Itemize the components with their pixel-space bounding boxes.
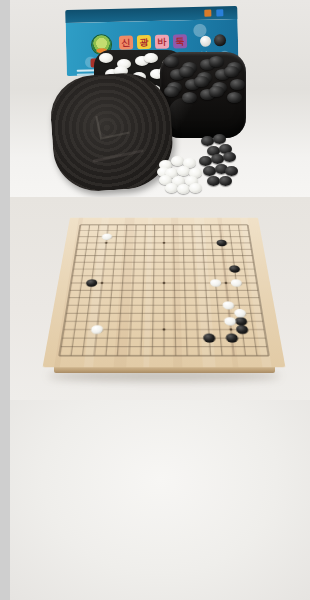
title-tile-4: 둑 xyxy=(173,34,187,48)
white-stone xyxy=(189,183,202,193)
title-tile-2: 광 xyxy=(137,35,151,49)
white-stone xyxy=(177,184,190,194)
box-logo-square-blue xyxy=(216,9,223,16)
white-stone xyxy=(171,156,184,166)
photo-stone-box-set: 신 광 바 둑 shinkwang stone xyxy=(10,0,310,197)
black-stone xyxy=(223,152,236,162)
black-stone xyxy=(219,176,232,186)
black-stone xyxy=(209,86,224,97)
box-logo-square-orange xyxy=(204,10,211,17)
title-tile-3: 바 xyxy=(155,35,169,49)
black-stone xyxy=(227,92,242,103)
embossed-marks xyxy=(95,111,129,141)
white-stone-icon xyxy=(200,36,211,47)
go-set-product-collage: 신 광 바 둑 shinkwang stone xyxy=(10,0,310,600)
box-title: 신 광 바 둑 xyxy=(119,34,187,50)
photo-go-board xyxy=(10,197,310,400)
black-stone xyxy=(164,86,179,97)
title-tile-1: 신 xyxy=(119,35,133,49)
black-stone xyxy=(224,66,239,77)
black-stone xyxy=(182,92,197,103)
black-stone xyxy=(213,134,226,144)
black-stone xyxy=(230,79,245,90)
black-stone-icon xyxy=(214,34,226,46)
black-stone xyxy=(164,56,179,67)
photo-wooden-bowls xyxy=(10,400,310,600)
black-stone xyxy=(179,66,194,77)
white-stone xyxy=(99,53,113,63)
black-stone xyxy=(209,56,224,67)
white-stone xyxy=(144,53,158,63)
goban-grid xyxy=(43,218,286,368)
black-stone xyxy=(194,76,209,87)
plastic-bowl-with-black-stones xyxy=(160,52,246,138)
plastic-bowl-lid xyxy=(48,70,176,194)
white-stone xyxy=(177,166,190,176)
go-board xyxy=(43,218,286,368)
black-stone xyxy=(225,166,238,176)
